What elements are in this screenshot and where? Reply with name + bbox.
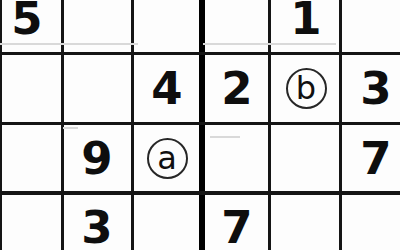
sudoku-cell[interactable]: 3 xyxy=(341,53,400,123)
grid-line-vertical xyxy=(0,0,2,250)
cell-digit: 7 xyxy=(221,205,252,250)
sudoku-cell[interactable] xyxy=(62,0,132,53)
sudoku-cell[interactable]: 4 xyxy=(132,53,202,123)
sudoku-cell[interactable] xyxy=(271,123,341,193)
grid-line-horizontal xyxy=(0,122,400,125)
sudoku-cell[interactable]: 7 xyxy=(202,192,272,250)
grid-line-horizontal xyxy=(0,52,400,55)
sudoku-cell[interactable] xyxy=(202,123,272,193)
scan-artifact-line xyxy=(63,127,78,129)
cell-digit: 9 xyxy=(81,136,112,181)
sudoku-cell[interactable] xyxy=(271,192,341,250)
sudoku-board: 5142b39a737 xyxy=(0,0,400,250)
sudoku-cell[interactable] xyxy=(341,0,400,53)
cell-digit: 3 xyxy=(81,205,112,250)
sudoku-cell[interactable]: 3 xyxy=(62,192,132,250)
grid-line-vertical xyxy=(61,0,64,250)
sudoku-cell[interactable]: 1 xyxy=(271,0,341,53)
sudoku-cell[interactable] xyxy=(132,192,202,250)
sudoku-cell[interactable]: 2 xyxy=(202,53,272,123)
scan-artifact-line xyxy=(0,43,138,45)
cell-digit: 2 xyxy=(221,66,252,111)
sudoku-cell[interactable] xyxy=(62,53,132,123)
grid-line-horizontal xyxy=(0,191,400,195)
circled-letter: a xyxy=(147,138,188,179)
sudoku-cell[interactable] xyxy=(341,192,400,250)
sudoku-cell[interactable]: 5 xyxy=(0,0,62,53)
grid-line-vertical xyxy=(339,0,342,250)
scan-artifact-line xyxy=(210,136,240,138)
cell-digit: 5 xyxy=(11,0,42,41)
sudoku-cell[interactable] xyxy=(132,0,202,53)
cell-digit: 1 xyxy=(290,0,321,41)
grid-line-vertical xyxy=(268,0,271,250)
sudoku-cell[interactable]: b xyxy=(271,53,341,123)
cell-digit: 4 xyxy=(151,66,182,111)
cell-digit: 3 xyxy=(360,66,391,111)
sudoku-cell[interactable]: a xyxy=(132,123,202,193)
cell-digit: 7 xyxy=(360,136,391,181)
sudoku-cell[interactable] xyxy=(0,192,62,250)
sudoku-cell[interactable] xyxy=(202,0,272,53)
sudoku-cell[interactable] xyxy=(0,53,62,123)
sudoku-cell[interactable]: 7 xyxy=(341,123,400,193)
sudoku-cell[interactable]: 9 xyxy=(62,123,132,193)
scan-artifact-line xyxy=(203,43,336,45)
circled-letter: b xyxy=(286,68,327,109)
grid-line-vertical xyxy=(131,0,134,250)
box-boundary-line-vertical xyxy=(199,0,205,250)
sudoku-cell[interactable] xyxy=(0,123,62,193)
